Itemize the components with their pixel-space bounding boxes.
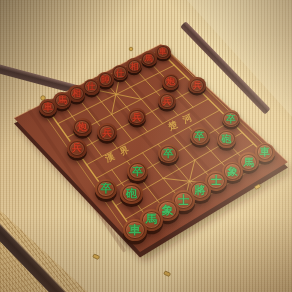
piece-green-soldier[interactable]: 卒 xyxy=(190,127,210,145)
piece-character: 兵 xyxy=(72,143,82,153)
piece-character: 車 xyxy=(260,147,270,157)
piece-red-elephant[interactable]: 相 xyxy=(126,58,142,73)
piece-red-soldier[interactable]: 兵 xyxy=(188,77,205,93)
piece-character: 象 xyxy=(227,166,238,177)
piece-character: 將 xyxy=(194,185,205,196)
piece-character: 卒 xyxy=(163,149,173,159)
piece-character: 馬 xyxy=(58,96,67,105)
piece-character: 帥 xyxy=(101,75,109,83)
piece-character: 相 xyxy=(72,89,81,98)
piece-green-soldier[interactable]: 卒 xyxy=(95,179,117,199)
piece-character: 象 xyxy=(162,205,174,217)
piece-character: 馬 xyxy=(145,214,157,226)
piece-red-advisor[interactable]: 仕 xyxy=(83,79,100,95)
piece-red-cannon[interactable]: 炮 xyxy=(162,74,179,90)
piece-character: 士 xyxy=(211,176,222,187)
piece-character: 馬 xyxy=(145,55,153,63)
piece-character: 兵 xyxy=(193,81,202,90)
piece-green-cannon[interactable]: 砲 xyxy=(120,183,142,204)
piece-character: 砲 xyxy=(126,188,137,199)
piece-character: 車 xyxy=(43,103,52,112)
piece-character: 炮 xyxy=(77,122,87,132)
piece-red-soldier[interactable]: 兵 xyxy=(158,93,176,110)
piece-character: 相 xyxy=(130,62,138,70)
piece-character: 仕 xyxy=(87,82,96,91)
piece-character: 卒 xyxy=(226,114,235,123)
piece-red-advisor[interactable]: 仕 xyxy=(112,65,129,80)
piece-character: 兵 xyxy=(163,97,172,106)
piece-character: 卒 xyxy=(132,166,143,177)
piece-red-chariot[interactable]: 車 xyxy=(155,45,171,59)
piece-green-soldier[interactable]: 卒 xyxy=(127,162,148,182)
piece-character: 炮 xyxy=(167,77,176,86)
piece-red-soldier[interactable]: 兵 xyxy=(128,108,147,125)
piece-character: 砲 xyxy=(222,134,232,144)
piece-character: 馬 xyxy=(244,157,254,167)
piece-character: 卒 xyxy=(100,183,111,194)
piece-character: 兵 xyxy=(132,112,141,121)
piece-character: 卒 xyxy=(195,131,205,141)
piece-character: 仕 xyxy=(116,69,124,77)
piece-character: 士 xyxy=(178,195,189,206)
piece-red-chariot[interactable]: 車 xyxy=(39,99,57,116)
piece-green-soldier[interactable]: 卒 xyxy=(158,144,178,163)
piece-character: 車 xyxy=(159,48,167,56)
piece-red-horse[interactable]: 馬 xyxy=(141,51,157,66)
piece-red-soldier[interactable]: 兵 xyxy=(97,123,116,141)
piece-character: 兵 xyxy=(102,128,112,138)
piece-character: 車 xyxy=(129,224,141,236)
piece-green-cannon[interactable]: 砲 xyxy=(217,130,237,148)
piece-red-cannon[interactable]: 炮 xyxy=(73,118,92,136)
piece-green-soldier[interactable]: 卒 xyxy=(222,110,241,127)
pieces-layer: 車馬相仕帥炮兵仕相馬兵車兵卒炮兵卒砲兵車卒馬卒象士卒將砲士象馬車 xyxy=(0,0,292,292)
xiangqi-photo-scene: 漢 界楚 河 車馬相仕帥炮兵仕相馬兵車兵卒炮兵卒砲兵車卒馬卒象士卒將砲士象馬車 xyxy=(0,0,292,292)
piece-red-soldier[interactable]: 兵 xyxy=(67,139,87,158)
piece-green-chariot[interactable]: 車 xyxy=(123,219,147,241)
